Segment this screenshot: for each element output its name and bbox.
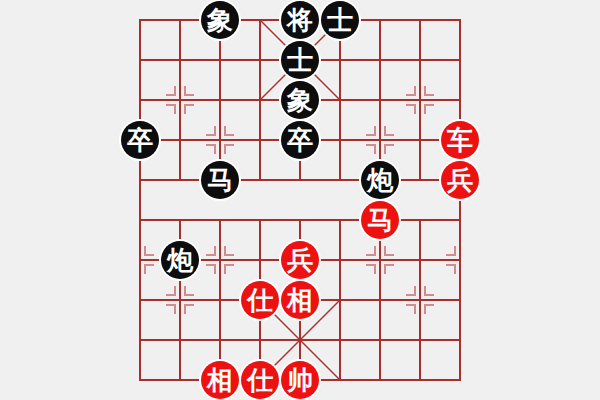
piece-red-elephant[interactable]: 相 — [201, 361, 239, 399]
piece-black-soldier[interactable]: 卒 — [121, 121, 159, 159]
pieces-layer: 象 将 士 士 象 卒 卒 马 炮 炮 车 兵 马 兵 仕 相 相 仕 帅 — [0, 0, 600, 400]
piece-black-cannon[interactable]: 炮 — [161, 241, 199, 279]
piece-red-advisor[interactable]: 仕 — [241, 361, 279, 399]
piece-black-elephant[interactable]: 象 — [201, 1, 239, 39]
piece-black-horse[interactable]: 马 — [201, 161, 239, 199]
piece-red-soldier[interactable]: 兵 — [441, 161, 479, 199]
piece-black-advisor[interactable]: 士 — [281, 41, 319, 79]
piece-black-soldier[interactable]: 卒 — [281, 121, 319, 159]
piece-black-advisor[interactable]: 士 — [321, 1, 359, 39]
piece-red-advisor[interactable]: 仕 — [241, 281, 279, 319]
piece-red-soldier[interactable]: 兵 — [281, 241, 319, 279]
piece-black-elephant[interactable]: 象 — [281, 81, 319, 119]
piece-red-horse[interactable]: 马 — [361, 201, 399, 239]
piece-black-cannon[interactable]: 炮 — [361, 161, 399, 199]
piece-red-general[interactable]: 帅 — [281, 361, 319, 399]
piece-red-chariot[interactable]: 车 — [441, 121, 479, 159]
piece-black-general[interactable]: 将 — [281, 1, 319, 39]
xiangqi-board: 象 将 士 士 象 卒 卒 马 炮 炮 车 兵 马 兵 仕 相 相 仕 帅 — [0, 0, 600, 400]
piece-red-elephant[interactable]: 相 — [281, 281, 319, 319]
